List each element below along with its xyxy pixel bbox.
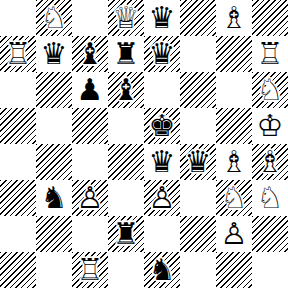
piece-white-knight-b8[interactable]: ♞♘ [36, 0, 72, 36]
square-g4[interactable]: ♝♗ [216, 144, 252, 180]
square-a8[interactable] [0, 0, 36, 36]
square-b6[interactable] [36, 72, 72, 108]
piece-glyph: ♘ [252, 72, 288, 108]
piece-white-bishop-g4[interactable]: ♝♗ [216, 144, 252, 180]
piece-glyph: ♛ [144, 144, 180, 180]
square-h1[interactable] [252, 252, 288, 288]
square-c8[interactable] [72, 0, 108, 36]
square-f2[interactable] [180, 216, 216, 252]
piece-glyph: ♝ [108, 72, 144, 108]
piece-glyph: ♙ [144, 180, 180, 216]
square-c5[interactable] [72, 108, 108, 144]
square-d8[interactable]: ♛♕ [108, 0, 144, 36]
piece-glyph: ♜ [108, 36, 144, 72]
square-e4[interactable]: ♛♛ [144, 144, 180, 180]
piece-white-knight-h3[interactable]: ♞♘ [252, 180, 288, 216]
piece-glyph: ♞ [36, 180, 72, 216]
piece-white-pawn-g2[interactable]: ♟♙ [216, 216, 252, 252]
square-f7[interactable] [180, 36, 216, 72]
piece-black-rook-d2[interactable]: ♜♜ [108, 216, 144, 252]
square-c4[interactable] [72, 144, 108, 180]
piece-glyph: ♕ [108, 0, 144, 36]
piece-black-knight-b3[interactable]: ♞♞ [36, 180, 72, 216]
square-b3[interactable]: ♞♞ [36, 180, 72, 216]
square-g7[interactable] [216, 36, 252, 72]
piece-glyph: ♔ [252, 108, 288, 144]
piece-black-king-e5[interactable]: ♚♚ [144, 108, 180, 144]
chess-board: ♞♘♛♕♛♛♝♗♜♖♛♛♝♝♜♜♛♛♜♖♟♟♝♝♞♘♚♚♚♔♛♛♛♛♝♗♝♗♞♞… [0, 0, 288, 288]
square-b4[interactable] [36, 144, 72, 180]
piece-glyph: ♘ [36, 0, 72, 36]
square-h6[interactable]: ♞♘ [252, 72, 288, 108]
square-b8[interactable]: ♞♘ [36, 0, 72, 36]
square-g6[interactable] [216, 72, 252, 108]
square-f4[interactable]: ♛♛ [180, 144, 216, 180]
piece-black-bishop-d6[interactable]: ♝♝ [108, 72, 144, 108]
square-b5[interactable] [36, 108, 72, 144]
piece-black-queen-e8[interactable]: ♛♛ [144, 0, 180, 36]
piece-glyph: ♘ [216, 180, 252, 216]
square-d1[interactable] [108, 252, 144, 288]
square-e2[interactable] [144, 216, 180, 252]
square-h5[interactable]: ♚♔ [252, 108, 288, 144]
piece-black-queen-b7[interactable]: ♛♛ [36, 36, 72, 72]
square-e1[interactable]: ♞♞ [144, 252, 180, 288]
piece-glyph: ♗ [216, 0, 252, 36]
piece-white-rook-a7[interactable]: ♜♖ [0, 36, 36, 72]
piece-glyph: ♟ [72, 72, 108, 108]
square-d2[interactable]: ♜♜ [108, 216, 144, 252]
square-d5[interactable] [108, 108, 144, 144]
piece-glyph: ♖ [0, 36, 36, 72]
square-e7[interactable]: ♛♛ [144, 36, 180, 72]
piece-black-rook-d7[interactable]: ♜♜ [108, 36, 144, 72]
piece-glyph: ♝ [72, 36, 108, 72]
piece-glyph: ♙ [216, 216, 252, 252]
piece-black-queen-e7[interactable]: ♛♛ [144, 36, 180, 72]
square-h4[interactable]: ♝♗ [252, 144, 288, 180]
square-c3[interactable]: ♟♙ [72, 180, 108, 216]
square-h2[interactable] [252, 216, 288, 252]
square-a5[interactable] [0, 108, 36, 144]
piece-glyph: ♛ [144, 36, 180, 72]
piece-glyph: ♖ [252, 36, 288, 72]
piece-black-queen-f4[interactable]: ♛♛ [180, 144, 216, 180]
square-a4[interactable] [0, 144, 36, 180]
square-h7[interactable]: ♜♖ [252, 36, 288, 72]
square-g2[interactable]: ♟♙ [216, 216, 252, 252]
piece-white-bishop-h4[interactable]: ♝♗ [252, 144, 288, 180]
square-a6[interactable] [0, 72, 36, 108]
square-d6[interactable]: ♝♝ [108, 72, 144, 108]
square-c2[interactable] [72, 216, 108, 252]
square-g3[interactable]: ♞♘ [216, 180, 252, 216]
square-a2[interactable] [0, 216, 36, 252]
piece-glyph: ♞ [144, 252, 180, 288]
square-a1[interactable] [0, 252, 36, 288]
piece-glyph: ♛ [180, 144, 216, 180]
square-e6[interactable] [144, 72, 180, 108]
square-f5[interactable] [180, 108, 216, 144]
square-c7[interactable]: ♝♝ [72, 36, 108, 72]
piece-white-queen-d8[interactable]: ♛♕ [108, 0, 144, 36]
square-a3[interactable] [0, 180, 36, 216]
square-h3[interactable]: ♞♘ [252, 180, 288, 216]
square-b2[interactable] [36, 216, 72, 252]
square-d7[interactable]: ♜♜ [108, 36, 144, 72]
piece-white-king-h5[interactable]: ♚♔ [252, 108, 288, 144]
square-e5[interactable]: ♚♚ [144, 108, 180, 144]
square-f3[interactable] [180, 180, 216, 216]
square-e3[interactable]: ♟♙ [144, 180, 180, 216]
square-f8[interactable] [180, 0, 216, 36]
piece-black-bishop-c7[interactable]: ♝♝ [72, 36, 108, 72]
square-c6[interactable]: ♟♟ [72, 72, 108, 108]
piece-black-queen-e4[interactable]: ♛♛ [144, 144, 180, 180]
piece-white-rook-c1[interactable]: ♜♖ [72, 252, 108, 288]
piece-black-knight-e1[interactable]: ♞♞ [144, 252, 180, 288]
square-f1[interactable] [180, 252, 216, 288]
piece-glyph: ♜ [108, 216, 144, 252]
square-b1[interactable] [36, 252, 72, 288]
piece-white-rook-h7[interactable]: ♜♖ [252, 36, 288, 72]
piece-glyph: ♛ [144, 0, 180, 36]
square-b7[interactable]: ♛♛ [36, 36, 72, 72]
piece-glyph: ♖ [72, 252, 108, 288]
piece-white-knight-g3[interactable]: ♞♘ [216, 180, 252, 216]
square-d3[interactable] [108, 180, 144, 216]
piece-white-pawn-c3[interactable]: ♟♙ [72, 180, 108, 216]
piece-glyph: ♗ [252, 144, 288, 180]
piece-white-bishop-g8[interactable]: ♝♗ [216, 0, 252, 36]
square-c1[interactable]: ♜♖ [72, 252, 108, 288]
piece-glyph: ♗ [216, 144, 252, 180]
piece-white-knight-h6[interactable]: ♞♘ [252, 72, 288, 108]
piece-glyph: ♚ [144, 108, 180, 144]
piece-glyph: ♛ [36, 36, 72, 72]
square-g8[interactable]: ♝♗ [216, 0, 252, 36]
square-h8[interactable] [252, 0, 288, 36]
piece-glyph: ♘ [252, 180, 288, 216]
piece-black-pawn-c6[interactable]: ♟♟ [72, 72, 108, 108]
piece-white-pawn-e3[interactable]: ♟♙ [144, 180, 180, 216]
piece-glyph: ♙ [72, 180, 108, 216]
square-a7[interactable]: ♜♖ [0, 36, 36, 72]
square-f6[interactable] [180, 72, 216, 108]
square-d4[interactable] [108, 144, 144, 180]
square-g1[interactable] [216, 252, 252, 288]
square-e8[interactable]: ♛♛ [144, 0, 180, 36]
square-g5[interactable] [216, 108, 252, 144]
